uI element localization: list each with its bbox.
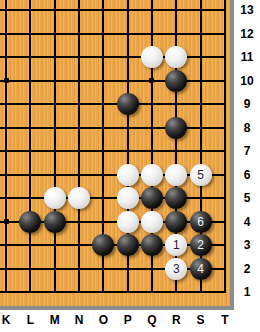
row-label-9: 9 [234, 96, 260, 112]
row-label-11: 11 [234, 49, 260, 65]
row-labels: 13121110987654321 [0, 0, 260, 332]
row-label-10: 10 [234, 73, 260, 89]
row-label-6: 6 [234, 167, 260, 183]
row-label-3: 3 [234, 237, 260, 253]
row-label-7: 7 [234, 143, 260, 159]
row-label-5: 5 [234, 190, 260, 206]
row-label-1: 1 [234, 284, 260, 300]
row-label-8: 8 [234, 120, 260, 136]
row-label-4: 4 [234, 214, 260, 230]
row-label-2: 2 [234, 261, 260, 277]
row-label-12: 12 [234, 26, 260, 42]
go-diagram: 561234 KLMNOPQRST 13121110987654321 [0, 0, 260, 332]
row-label-13: 13 [234, 2, 260, 18]
